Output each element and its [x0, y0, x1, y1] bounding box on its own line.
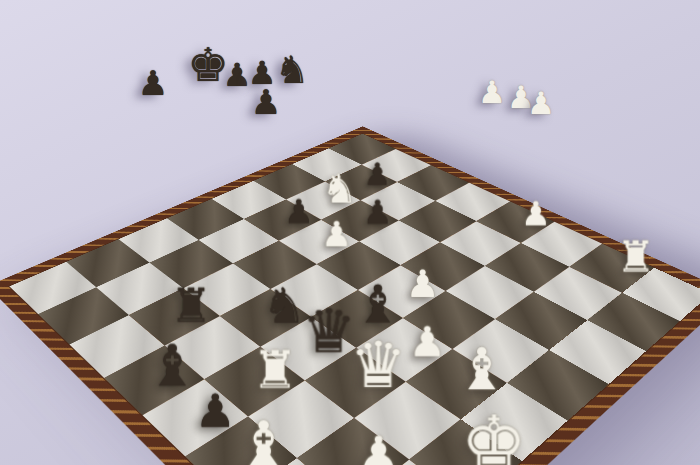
- chess-board[interactable]: ♟♞♟♜♟♟♝♞♟♜♛♝♟♟♝♛♟♟♝♜♞♚: [8, 133, 700, 465]
- board-frame: ♟♞♟♜♟♟♝♞♟♜♛♝♟♟♝♛♟♟♝♜♞♚: [0, 126, 700, 465]
- piece-white-pawn-h4[interactable]: ♟: [508, 198, 564, 231]
- captured-white-pawn: ♟: [527, 88, 555, 119]
- captured-black-pawn: ♟: [138, 66, 168, 100]
- captured-white-pawn: ♟: [478, 77, 506, 108]
- piece-white-king-c1[interactable]: ♚: [453, 407, 535, 465]
- piece-white-pawn-b2[interactable]: ♟: [338, 431, 419, 465]
- captured-black-pawn: ♟: [251, 85, 281, 119]
- piece-black-rook-b6[interactable]: ♜: [158, 282, 224, 329]
- piece-white-bishop-a3[interactable]: ♝: [223, 413, 304, 465]
- table-surface: ♟♚♟♟♞♟ ♟♟♟ ♟♞♟♜♟♟♝♞♟♜♛♝♟♟♝♛♟♟♝♜♞♚: [0, 0, 700, 465]
- piece-white-rook-h2[interactable]: ♜: [605, 236, 666, 279]
- piece-white-queen-c3[interactable]: ♛: [342, 334, 415, 398]
- piece-white-pawn-e6[interactable]: ♟: [308, 217, 366, 252]
- piece-white-bishop-d2[interactable]: ♝: [445, 341, 518, 399]
